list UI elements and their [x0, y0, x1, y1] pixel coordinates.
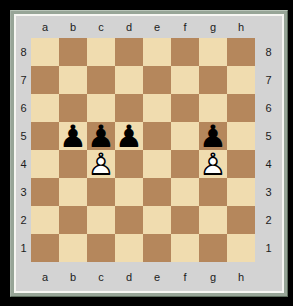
square-e1[interactable] — [143, 234, 171, 262]
square-g4[interactable]: ♟♙ — [199, 150, 227, 178]
coordinate-panel: abcdefgh8877665♟♟♟♟54♟♙♟♙4332211abcdefgh — [14, 14, 284, 293]
file-label-b-top: b — [59, 16, 87, 38]
square-h3[interactable] — [227, 178, 255, 206]
rank-label-8-left: 8 — [16, 38, 31, 66]
file-label-e-bottom: e — [143, 262, 171, 291]
square-e6[interactable] — [143, 94, 171, 122]
square-b3[interactable] — [59, 178, 87, 206]
square-f8[interactable] — [171, 38, 199, 66]
square-c6[interactable] — [87, 94, 115, 122]
square-a1[interactable] — [31, 234, 59, 262]
white-pawn[interactable]: ♟♙ — [87, 150, 115, 178]
square-d8[interactable] — [115, 38, 143, 66]
file-label-d-bottom: d — [115, 262, 143, 291]
square-f6[interactable] — [171, 94, 199, 122]
square-a4[interactable] — [31, 150, 59, 178]
file-label-g-bottom: g — [199, 262, 227, 291]
frame-corner — [16, 16, 31, 38]
square-b6[interactable] — [59, 94, 87, 122]
white-pawn[interactable]: ♟♙ — [199, 150, 227, 178]
rank-label-1-right: 1 — [255, 234, 282, 262]
frame-corner — [255, 16, 282, 38]
file-label-f-bottom: f — [171, 262, 199, 291]
rank-label-2-left: 2 — [16, 206, 31, 234]
square-g6[interactable] — [199, 94, 227, 122]
square-b1[interactable] — [59, 234, 87, 262]
square-b2[interactable] — [59, 206, 87, 234]
square-c2[interactable] — [87, 206, 115, 234]
rank-label-7-right: 7 — [255, 66, 282, 94]
black-pawn[interactable]: ♟ — [59, 122, 87, 150]
square-d6[interactable] — [115, 94, 143, 122]
rank-label-4-right: 4 — [255, 150, 282, 178]
board-frame: abcdefgh8877665♟♟♟♟54♟♙♟♙4332211abcdefgh — [10, 10, 288, 297]
square-a5[interactable] — [31, 122, 59, 150]
square-d4[interactable] — [115, 150, 143, 178]
rank-label-5-left: 5 — [16, 122, 31, 150]
white-pawn-fill-glyph: ♟ — [199, 150, 227, 178]
file-label-b-bottom: b — [59, 262, 87, 291]
file-label-a-bottom: a — [31, 262, 59, 291]
file-label-c-top: c — [87, 16, 115, 38]
square-h4[interactable] — [227, 150, 255, 178]
square-h5[interactable] — [227, 122, 255, 150]
square-g2[interactable] — [199, 206, 227, 234]
square-e2[interactable] — [143, 206, 171, 234]
square-b4[interactable] — [59, 150, 87, 178]
white-pawn-fill-glyph: ♟ — [87, 150, 115, 178]
square-h2[interactable] — [227, 206, 255, 234]
square-g1[interactable] — [199, 234, 227, 262]
file-label-g-top: g — [199, 16, 227, 38]
square-f3[interactable] — [171, 178, 199, 206]
square-c3[interactable] — [87, 178, 115, 206]
rank-label-3-right: 3 — [255, 178, 282, 206]
rank-label-4-left: 4 — [16, 150, 31, 178]
square-f1[interactable] — [171, 234, 199, 262]
square-g5[interactable]: ♟ — [199, 122, 227, 150]
rank-label-1-left: 1 — [16, 234, 31, 262]
square-c7[interactable] — [87, 66, 115, 94]
black-pawn[interactable]: ♟ — [199, 122, 227, 150]
rank-label-3-left: 3 — [16, 178, 31, 206]
square-f5[interactable] — [171, 122, 199, 150]
square-b8[interactable] — [59, 38, 87, 66]
file-label-e-top: e — [143, 16, 171, 38]
square-e7[interactable] — [143, 66, 171, 94]
rank-label-6-left: 6 — [16, 94, 31, 122]
square-f7[interactable] — [171, 66, 199, 94]
square-d2[interactable] — [115, 206, 143, 234]
frame-corner — [16, 262, 31, 291]
square-d3[interactable] — [115, 178, 143, 206]
square-h6[interactable] — [227, 94, 255, 122]
square-a2[interactable] — [31, 206, 59, 234]
square-g8[interactable] — [199, 38, 227, 66]
square-f4[interactable] — [171, 150, 199, 178]
rank-label-6-right: 6 — [255, 94, 282, 122]
file-label-d-top: d — [115, 16, 143, 38]
square-e5[interactable] — [143, 122, 171, 150]
black-pawn[interactable]: ♟ — [115, 122, 143, 150]
file-label-h-top: h — [227, 16, 255, 38]
square-f2[interactable] — [171, 206, 199, 234]
square-a7[interactable] — [31, 66, 59, 94]
file-label-a-top: a — [31, 16, 59, 38]
square-g3[interactable] — [199, 178, 227, 206]
chess-board: abcdefgh8877665♟♟♟♟54♟♙♟♙4332211abcdefgh — [16, 16, 282, 291]
black-pawn[interactable]: ♟ — [87, 122, 115, 150]
square-d1[interactable] — [115, 234, 143, 262]
rank-label-7-left: 7 — [16, 66, 31, 94]
square-b5[interactable]: ♟ — [59, 122, 87, 150]
square-h8[interactable] — [227, 38, 255, 66]
white-pawn-outline-glyph: ♙ — [199, 150, 227, 178]
square-c4[interactable]: ♟♙ — [87, 150, 115, 178]
square-e4[interactable] — [143, 150, 171, 178]
file-label-f-top: f — [171, 16, 199, 38]
square-a8[interactable] — [31, 38, 59, 66]
file-label-c-bottom: c — [87, 262, 115, 291]
white-pawn-outline-glyph: ♙ — [87, 150, 115, 178]
file-label-h-bottom: h — [227, 262, 255, 291]
rank-label-5-right: 5 — [255, 122, 282, 150]
square-a3[interactable] — [31, 178, 59, 206]
square-b7[interactable] — [59, 66, 87, 94]
square-c1[interactable] — [87, 234, 115, 262]
square-e3[interactable] — [143, 178, 171, 206]
square-h1[interactable] — [227, 234, 255, 262]
rank-label-2-right: 2 — [255, 206, 282, 234]
square-c8[interactable] — [87, 38, 115, 66]
square-d5[interactable]: ♟ — [115, 122, 143, 150]
rank-label-8-right: 8 — [255, 38, 282, 66]
square-a6[interactable] — [31, 94, 59, 122]
square-e8[interactable] — [143, 38, 171, 66]
square-d7[interactable] — [115, 66, 143, 94]
square-g7[interactable] — [199, 66, 227, 94]
frame-corner — [255, 262, 282, 291]
square-h7[interactable] — [227, 66, 255, 94]
square-c5[interactable]: ♟ — [87, 122, 115, 150]
